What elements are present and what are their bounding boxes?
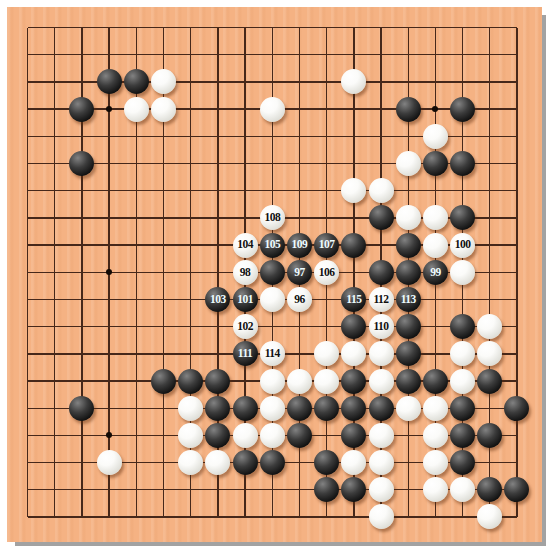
board-intersection[interactable] (14, 96, 41, 123)
board-intersection[interactable] (476, 503, 503, 530)
board-intersection[interactable] (259, 96, 286, 123)
board-intersection[interactable] (340, 41, 367, 68)
board-intersection[interactable]: 108 (259, 204, 286, 231)
board-intersection[interactable] (41, 41, 68, 68)
board-intersection[interactable] (232, 150, 259, 177)
board-intersection[interactable] (367, 150, 394, 177)
board-intersection[interactable] (150, 68, 177, 95)
board-intersection[interactable] (96, 259, 123, 286)
board-intersection[interactable] (96, 449, 123, 476)
board-intersection[interactable] (232, 41, 259, 68)
board-intersection[interactable] (449, 14, 476, 41)
board-intersection[interactable] (123, 395, 150, 422)
board-intersection[interactable] (340, 96, 367, 123)
board-intersection[interactable] (313, 340, 340, 367)
board-intersection[interactable] (503, 204, 530, 231)
board-intersection[interactable] (340, 232, 367, 259)
board-intersection[interactable] (476, 449, 503, 476)
board-intersection[interactable] (422, 367, 449, 394)
board-intersection[interactable] (123, 286, 150, 313)
board-intersection[interactable] (41, 68, 68, 95)
board-intersection[interactable] (68, 96, 95, 123)
board-intersection[interactable] (286, 177, 313, 204)
board-intersection[interactable] (41, 123, 68, 150)
board-intersection[interactable] (123, 96, 150, 123)
board-intersection[interactable] (367, 68, 394, 95)
board-intersection[interactable] (68, 286, 95, 313)
board-intersection[interactable] (449, 68, 476, 95)
board-intersection[interactable] (150, 14, 177, 41)
board-intersection[interactable] (422, 503, 449, 530)
board-intersection[interactable] (177, 41, 204, 68)
board-intersection[interactable] (367, 204, 394, 231)
board-intersection[interactable] (41, 259, 68, 286)
board-intersection[interactable] (123, 503, 150, 530)
board-intersection[interactable] (14, 150, 41, 177)
board-intersection[interactable] (14, 503, 41, 530)
board-intersection[interactable] (259, 150, 286, 177)
board-intersection[interactable] (259, 503, 286, 530)
board-intersection[interactable] (259, 286, 286, 313)
board-intersection[interactable] (286, 476, 313, 503)
board-intersection[interactable] (367, 232, 394, 259)
board-intersection[interactable]: 112 (367, 286, 394, 313)
board-intersection[interactable] (41, 14, 68, 41)
board-intersection[interactable] (476, 313, 503, 340)
board-intersection[interactable] (204, 476, 231, 503)
board-intersection[interactable] (177, 340, 204, 367)
board-intersection[interactable]: 102 (232, 313, 259, 340)
board-intersection[interactable] (313, 313, 340, 340)
board-intersection[interactable] (204, 204, 231, 231)
board-intersection[interactable] (395, 68, 422, 95)
board-intersection[interactable] (395, 41, 422, 68)
board-intersection[interactable] (395, 449, 422, 476)
board-intersection[interactable] (96, 96, 123, 123)
board-intersection[interactable] (14, 395, 41, 422)
board-intersection[interactable] (367, 422, 394, 449)
board-intersection[interactable] (503, 123, 530, 150)
board-intersection[interactable] (422, 204, 449, 231)
board-intersection[interactable] (14, 422, 41, 449)
board-intersection[interactable] (14, 41, 41, 68)
board-intersection[interactable] (449, 204, 476, 231)
board-intersection[interactable] (177, 123, 204, 150)
board-intersection[interactable] (313, 150, 340, 177)
board-intersection[interactable] (259, 313, 286, 340)
board-intersection[interactable] (150, 449, 177, 476)
board-intersection[interactable]: 99 (422, 259, 449, 286)
board-intersection[interactable] (150, 286, 177, 313)
board-intersection[interactable] (259, 367, 286, 394)
board-intersection[interactable] (503, 476, 530, 503)
board-intersection[interactable] (41, 150, 68, 177)
board-intersection[interactable] (367, 41, 394, 68)
board-intersection[interactable]: 96 (286, 286, 313, 313)
board-intersection[interactable] (286, 395, 313, 422)
board-intersection[interactable] (313, 41, 340, 68)
board-intersection[interactable] (96, 232, 123, 259)
board-intersection[interactable] (286, 340, 313, 367)
board-intersection[interactable] (68, 68, 95, 95)
board-intersection[interactable] (150, 177, 177, 204)
board-intersection[interactable] (422, 150, 449, 177)
board-intersection[interactable] (286, 123, 313, 150)
board-intersection[interactable] (68, 177, 95, 204)
board-intersection[interactable] (259, 476, 286, 503)
board-intersection[interactable] (503, 259, 530, 286)
board-intersection[interactable] (177, 68, 204, 95)
board-intersection[interactable] (14, 204, 41, 231)
board-intersection[interactable] (68, 449, 95, 476)
board-intersection[interactable] (340, 14, 367, 41)
board-intersection[interactable] (367, 395, 394, 422)
board-intersection[interactable] (286, 68, 313, 95)
board-intersection[interactable] (395, 313, 422, 340)
board-intersection[interactable] (123, 476, 150, 503)
board-intersection[interactable] (204, 259, 231, 286)
board-intersection[interactable] (177, 286, 204, 313)
board-intersection[interactable] (204, 150, 231, 177)
board-intersection[interactable] (123, 150, 150, 177)
board-intersection[interactable] (123, 41, 150, 68)
board-intersection[interactable] (259, 14, 286, 41)
board-intersection[interactable] (96, 68, 123, 95)
board-intersection[interactable] (449, 123, 476, 150)
board-intersection[interactable] (503, 340, 530, 367)
board-intersection[interactable] (68, 204, 95, 231)
board-intersection[interactable]: 106 (313, 259, 340, 286)
board-intersection[interactable] (204, 177, 231, 204)
board-intersection[interactable] (150, 150, 177, 177)
board-intersection[interactable] (476, 395, 503, 422)
board-intersection[interactable] (503, 367, 530, 394)
board-intersection[interactable] (449, 177, 476, 204)
board-intersection[interactable] (367, 259, 394, 286)
board-intersection[interactable] (340, 395, 367, 422)
board-intersection[interactable] (68, 395, 95, 422)
board-intersection[interactable] (177, 177, 204, 204)
board-intersection[interactable] (123, 313, 150, 340)
board-intersection[interactable] (503, 286, 530, 313)
board-intersection[interactable] (476, 204, 503, 231)
board-intersection[interactable] (340, 177, 367, 204)
board-intersection[interactable] (313, 476, 340, 503)
board-intersection[interactable] (422, 14, 449, 41)
board-intersection[interactable] (41, 286, 68, 313)
board-intersection[interactable] (449, 503, 476, 530)
board-intersection[interactable] (150, 259, 177, 286)
board-intersection[interactable] (177, 503, 204, 530)
board-intersection[interactable] (340, 123, 367, 150)
board-intersection[interactable] (313, 503, 340, 530)
board-intersection[interactable] (14, 449, 41, 476)
board-intersection[interactable] (503, 395, 530, 422)
board-intersection[interactable] (123, 123, 150, 150)
board-intersection[interactable] (14, 286, 41, 313)
board-intersection[interactable] (503, 503, 530, 530)
board-intersection[interactable] (150, 123, 177, 150)
board-intersection[interactable] (395, 259, 422, 286)
board-intersection[interactable] (367, 476, 394, 503)
board-intersection[interactable] (503, 68, 530, 95)
board-intersection[interactable] (96, 123, 123, 150)
board-intersection[interactable] (422, 286, 449, 313)
board-intersection[interactable] (340, 150, 367, 177)
board-intersection[interactable] (96, 41, 123, 68)
board-intersection[interactable] (503, 449, 530, 476)
board-intersection[interactable] (422, 41, 449, 68)
board-intersection[interactable] (14, 123, 41, 150)
board-intersection[interactable] (340, 313, 367, 340)
board-intersection[interactable] (177, 14, 204, 41)
board-intersection[interactable] (41, 340, 68, 367)
board-intersection[interactable] (503, 422, 530, 449)
board-intersection[interactable] (14, 476, 41, 503)
board-intersection[interactable] (14, 68, 41, 95)
board-intersection[interactable]: 101 (232, 286, 259, 313)
board-intersection[interactable]: 110 (367, 313, 394, 340)
board-intersection[interactable] (422, 177, 449, 204)
board-intersection[interactable] (96, 367, 123, 394)
board-intersection[interactable] (204, 422, 231, 449)
board-intersection[interactable] (68, 340, 95, 367)
board-intersection[interactable] (68, 123, 95, 150)
board-intersection[interactable] (150, 41, 177, 68)
board-intersection[interactable] (177, 150, 204, 177)
board-intersection[interactable] (123, 449, 150, 476)
board-intersection[interactable] (123, 204, 150, 231)
board-intersection[interactable] (476, 96, 503, 123)
board-intersection[interactable] (150, 395, 177, 422)
board-intersection[interactable] (259, 123, 286, 150)
board-intersection[interactable] (204, 503, 231, 530)
board-intersection[interactable] (68, 422, 95, 449)
board-intersection[interactable]: 103 (204, 286, 231, 313)
board-intersection[interactable] (232, 14, 259, 41)
board-intersection[interactable] (367, 503, 394, 530)
board-intersection[interactable] (68, 476, 95, 503)
board-intersection[interactable] (41, 395, 68, 422)
board-intersection[interactable] (503, 41, 530, 68)
board-intersection[interactable] (232, 503, 259, 530)
board-intersection[interactable] (14, 259, 41, 286)
board-intersection[interactable] (476, 232, 503, 259)
board-intersection[interactable] (340, 259, 367, 286)
board-intersection[interactable] (313, 68, 340, 95)
board-intersection[interactable] (503, 177, 530, 204)
board-intersection[interactable] (449, 286, 476, 313)
board-intersection[interactable] (41, 503, 68, 530)
board-intersection[interactable] (367, 449, 394, 476)
board-intersection[interactable] (204, 449, 231, 476)
board-intersection[interactable] (313, 286, 340, 313)
board-intersection[interactable]: 98 (232, 259, 259, 286)
board-intersection[interactable] (503, 96, 530, 123)
board-intersection[interactable] (123, 422, 150, 449)
board-intersection[interactable] (232, 177, 259, 204)
board-intersection[interactable]: 97 (286, 259, 313, 286)
board-intersection[interactable] (177, 313, 204, 340)
board-intersection[interactable] (395, 395, 422, 422)
board-intersection[interactable] (204, 14, 231, 41)
board-intersection[interactable] (123, 177, 150, 204)
board-intersection[interactable] (259, 395, 286, 422)
board-intersection[interactable] (313, 395, 340, 422)
board-intersection[interactable] (204, 232, 231, 259)
board-intersection[interactable] (41, 367, 68, 394)
board-intersection[interactable] (177, 422, 204, 449)
board-intersection[interactable] (286, 14, 313, 41)
board-intersection[interactable] (476, 259, 503, 286)
board-intersection[interactable] (232, 422, 259, 449)
board-intersection[interactable] (395, 150, 422, 177)
board-intersection[interactable] (395, 177, 422, 204)
board-intersection[interactable] (150, 340, 177, 367)
board-intersection[interactable] (476, 367, 503, 394)
board-intersection[interactable]: 111 (232, 340, 259, 367)
board-intersection[interactable] (313, 96, 340, 123)
board-intersection[interactable] (68, 41, 95, 68)
board-intersection[interactable] (449, 449, 476, 476)
board-intersection[interactable] (340, 476, 367, 503)
board-intersection[interactable] (123, 14, 150, 41)
board-intersection[interactable] (204, 367, 231, 394)
board-intersection[interactable] (449, 259, 476, 286)
board-intersection[interactable] (340, 449, 367, 476)
board-intersection[interactable] (313, 449, 340, 476)
board-intersection[interactable] (422, 476, 449, 503)
board-intersection[interactable] (286, 204, 313, 231)
board-intersection[interactable] (96, 340, 123, 367)
board-intersection[interactable] (204, 41, 231, 68)
board-intersection[interactable] (476, 14, 503, 41)
board-intersection[interactable] (96, 313, 123, 340)
board-intersection[interactable] (476, 123, 503, 150)
board-intersection[interactable] (177, 259, 204, 286)
board-intersection[interactable] (123, 232, 150, 259)
board-intersection[interactable] (340, 340, 367, 367)
board-intersection[interactable] (503, 150, 530, 177)
board-intersection[interactable] (395, 96, 422, 123)
board-intersection[interactable] (340, 503, 367, 530)
board-intersection[interactable] (177, 449, 204, 476)
board-intersection[interactable] (313, 123, 340, 150)
board-intersection[interactable] (367, 177, 394, 204)
board-intersection[interactable] (395, 14, 422, 41)
board-intersection[interactable] (41, 177, 68, 204)
board-intersection[interactable] (96, 422, 123, 449)
board-intersection[interactable] (150, 367, 177, 394)
board-intersection[interactable] (503, 232, 530, 259)
board-intersection[interactable] (96, 177, 123, 204)
board-intersection[interactable] (476, 68, 503, 95)
board-intersection[interactable] (14, 313, 41, 340)
board-intersection[interactable] (96, 395, 123, 422)
board-intersection[interactable]: 100 (449, 232, 476, 259)
board-intersection[interactable] (476, 150, 503, 177)
board-intersection[interactable]: 107 (313, 232, 340, 259)
board-intersection[interactable] (96, 476, 123, 503)
board-intersection[interactable] (259, 422, 286, 449)
board-intersection[interactable] (232, 68, 259, 95)
board-intersection[interactable] (476, 177, 503, 204)
board-intersection[interactable] (150, 232, 177, 259)
board-intersection[interactable] (259, 259, 286, 286)
board-intersection[interactable] (286, 150, 313, 177)
board-intersection[interactable] (204, 313, 231, 340)
board-intersection[interactable] (476, 422, 503, 449)
board-intersection[interactable] (286, 313, 313, 340)
board-intersection[interactable] (177, 395, 204, 422)
board-intersection[interactable]: 114 (259, 340, 286, 367)
board-intersection[interactable] (449, 395, 476, 422)
board-intersection[interactable] (449, 150, 476, 177)
board-intersection[interactable] (259, 449, 286, 476)
board-intersection[interactable] (68, 503, 95, 530)
board-intersection[interactable] (177, 232, 204, 259)
board-intersection[interactable] (449, 476, 476, 503)
board-intersection[interactable] (123, 259, 150, 286)
board-intersection[interactable] (395, 367, 422, 394)
board-intersection[interactable] (177, 204, 204, 231)
board-intersection[interactable]: 104 (232, 232, 259, 259)
board-intersection[interactable] (150, 204, 177, 231)
board-intersection[interactable] (422, 313, 449, 340)
board-intersection[interactable] (422, 422, 449, 449)
board-intersection[interactable] (123, 367, 150, 394)
board-intersection[interactable]: 109 (286, 232, 313, 259)
board-intersection[interactable] (232, 449, 259, 476)
board-intersection[interactable] (14, 367, 41, 394)
board-intersection[interactable] (340, 68, 367, 95)
board-intersection[interactable]: 113 (395, 286, 422, 313)
board-intersection[interactable] (68, 367, 95, 394)
board-intersection[interactable] (367, 96, 394, 123)
board-intersection[interactable] (204, 96, 231, 123)
board-intersection[interactable] (232, 204, 259, 231)
board-intersection[interactable] (14, 340, 41, 367)
board-intersection[interactable] (449, 313, 476, 340)
board-intersection[interactable] (96, 286, 123, 313)
board-intersection[interactable] (449, 367, 476, 394)
board-intersection[interactable] (395, 476, 422, 503)
board-intersection[interactable] (313, 204, 340, 231)
board-intersection[interactable] (204, 395, 231, 422)
board-intersection[interactable] (449, 41, 476, 68)
board-intersection[interactable] (177, 476, 204, 503)
board-intersection[interactable] (150, 476, 177, 503)
board-intersection[interactable] (422, 68, 449, 95)
board-intersection[interactable] (204, 340, 231, 367)
board-intersection[interactable] (476, 340, 503, 367)
board-intersection[interactable] (449, 422, 476, 449)
board-intersection[interactable] (14, 14, 41, 41)
board-intersection[interactable] (96, 204, 123, 231)
board-intersection[interactable] (395, 503, 422, 530)
board-intersection[interactable] (150, 96, 177, 123)
board-intersection[interactable] (395, 123, 422, 150)
board-intersection[interactable] (503, 313, 530, 340)
board-intersection[interactable] (422, 123, 449, 150)
board-intersection[interactable] (313, 177, 340, 204)
board-intersection[interactable] (503, 14, 530, 41)
board-intersection[interactable] (232, 123, 259, 150)
board-intersection[interactable] (259, 177, 286, 204)
board-intersection[interactable] (367, 340, 394, 367)
board-intersection[interactable] (286, 96, 313, 123)
board-intersection[interactable] (232, 96, 259, 123)
